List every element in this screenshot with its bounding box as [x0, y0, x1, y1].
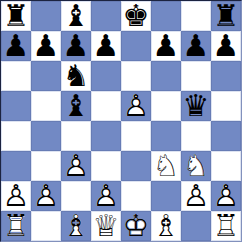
square-g5[interactable]: ♛ [181, 91, 211, 121]
square-a3[interactable] [1, 151, 31, 181]
square-a7[interactable]: ♟ [1, 31, 31, 61]
square-h7[interactable]: ♟ [211, 31, 241, 61]
square-e4[interactable] [121, 121, 151, 151]
piece-white-pawn: ♟♙ [211, 181, 241, 211]
square-h4[interactable] [211, 121, 241, 151]
square-f2[interactable] [151, 181, 181, 211]
square-g8[interactable] [181, 1, 211, 31]
piece-white-bishop: ♝♗ [61, 211, 91, 241]
piece-white-knight: ♞♘ [181, 151, 211, 181]
square-d5[interactable] [91, 91, 121, 121]
square-c5[interactable]: ♝ [61, 91, 91, 121]
piece-black-king: ♚ [121, 1, 151, 31]
square-b5[interactable] [31, 91, 61, 121]
square-g3[interactable]: ♞♘ [181, 151, 211, 181]
square-d8[interactable] [91, 1, 121, 31]
piece-black-pawn: ♟ [61, 31, 91, 61]
piece-black-pawn: ♟ [181, 31, 211, 61]
piece-white-pawn: ♟♙ [31, 181, 61, 211]
piece-white-queen: ♛♕ [91, 211, 121, 241]
square-e6[interactable] [121, 61, 151, 91]
square-a5[interactable] [1, 91, 31, 121]
square-d3[interactable] [91, 151, 121, 181]
square-h8[interactable]: ♜ [211, 1, 241, 31]
square-b8[interactable] [31, 1, 61, 31]
square-c6[interactable]: ♞ [61, 61, 91, 91]
square-e5[interactable]: ♟♙ [121, 91, 151, 121]
piece-black-pawn: ♟ [151, 31, 181, 61]
square-b4[interactable] [31, 121, 61, 151]
square-h5[interactable] [211, 91, 241, 121]
piece-black-pawn: ♟ [1, 31, 31, 61]
piece-white-bishop: ♝♗ [151, 211, 181, 241]
square-d7[interactable]: ♟ [91, 31, 121, 61]
piece-white-pawn: ♟♙ [61, 151, 91, 181]
square-f1[interactable]: ♝♗ [151, 211, 181, 241]
square-e7[interactable] [121, 31, 151, 61]
piece-white-pawn: ♟♙ [91, 181, 121, 211]
square-a4[interactable] [1, 121, 31, 151]
square-g1[interactable] [181, 211, 211, 241]
piece-black-queen: ♛ [181, 91, 211, 121]
piece-white-pawn: ♟♙ [121, 91, 151, 121]
square-d6[interactable] [91, 61, 121, 91]
square-d1[interactable]: ♛♕ [91, 211, 121, 241]
square-a1[interactable]: ♜♖ [1, 211, 31, 241]
piece-black-pawn: ♟ [91, 31, 121, 61]
piece-white-rook: ♜♖ [211, 211, 241, 241]
square-f7[interactable]: ♟ [151, 31, 181, 61]
square-h2[interactable]: ♟♙ [211, 181, 241, 211]
square-f8[interactable] [151, 1, 181, 31]
square-c7[interactable]: ♟ [61, 31, 91, 61]
piece-black-rook: ♜ [211, 1, 241, 31]
square-b6[interactable] [31, 61, 61, 91]
square-b1[interactable] [31, 211, 61, 241]
piece-white-king: ♚♔ [121, 211, 151, 241]
piece-white-pawn: ♟♙ [1, 181, 31, 211]
piece-black-knight: ♞ [61, 61, 91, 91]
square-c4[interactable] [61, 121, 91, 151]
square-b3[interactable] [31, 151, 61, 181]
square-b2[interactable]: ♟♙ [31, 181, 61, 211]
piece-black-rook: ♜ [1, 1, 31, 31]
piece-black-pawn: ♟ [31, 31, 61, 61]
square-h6[interactable] [211, 61, 241, 91]
square-b7[interactable]: ♟ [31, 31, 61, 61]
square-g4[interactable] [181, 121, 211, 151]
piece-white-knight: ♞♘ [151, 151, 181, 181]
square-e1[interactable]: ♚♔ [121, 211, 151, 241]
square-g7[interactable]: ♟ [181, 31, 211, 61]
piece-white-pawn: ♟♙ [181, 181, 211, 211]
square-c1[interactable]: ♝♗ [61, 211, 91, 241]
piece-black-pawn: ♟ [211, 31, 241, 61]
square-c3[interactable]: ♟♙ [61, 151, 91, 181]
square-d2[interactable]: ♟♙ [91, 181, 121, 211]
square-h3[interactable] [211, 151, 241, 181]
square-a2[interactable]: ♟♙ [1, 181, 31, 211]
square-g2[interactable]: ♟♙ [181, 181, 211, 211]
chess-board: ♜♝♚♜♟♟♟♟♟♟♟♞♝♟♙♛♟♙♞♘♞♘♟♙♟♙♟♙♟♙♟♙♜♖♝♗♛♕♚♔… [0, 0, 242, 242]
square-c8[interactable]: ♝ [61, 1, 91, 31]
square-a6[interactable] [1, 61, 31, 91]
square-f4[interactable] [151, 121, 181, 151]
square-f3[interactable]: ♞♘ [151, 151, 181, 181]
square-d4[interactable] [91, 121, 121, 151]
square-c2[interactable] [61, 181, 91, 211]
square-e3[interactable] [121, 151, 151, 181]
piece-white-rook: ♜♖ [1, 211, 31, 241]
square-a8[interactable]: ♜ [1, 1, 31, 31]
square-f6[interactable] [151, 61, 181, 91]
piece-black-bishop: ♝ [61, 91, 91, 121]
square-e8[interactable]: ♚ [121, 1, 151, 31]
square-f5[interactable] [151, 91, 181, 121]
square-e2[interactable] [121, 181, 151, 211]
square-h1[interactable]: ♜♖ [211, 211, 241, 241]
piece-black-bishop: ♝ [61, 1, 91, 31]
square-g6[interactable] [181, 61, 211, 91]
